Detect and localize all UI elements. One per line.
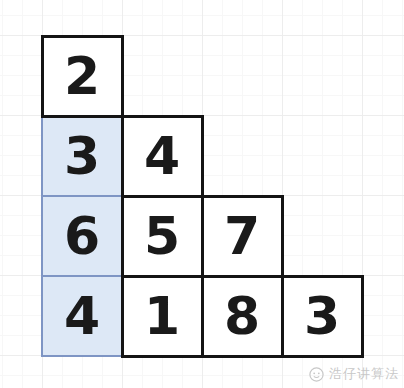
cell-r3c1: 1: [121, 275, 204, 358]
cell-r3c3: 3: [281, 275, 364, 358]
triangle-board: 2346574183: [0, 0, 404, 388]
watermark-text: 浩仔讲算法: [329, 365, 399, 383]
cell-r2c0: 6: [41, 195, 123, 277]
cell-r0c0: 2: [41, 35, 124, 118]
cell-r2c2: 7: [201, 195, 284, 278]
cell-r1c1: 4: [121, 115, 204, 198]
cell-r2c1: 5: [121, 195, 204, 278]
cell-r3c2: 8: [201, 275, 284, 358]
cell-r3c0: 4: [41, 275, 123, 357]
cell-r1c0: 3: [41, 115, 123, 197]
watermark-logo-icon: [309, 367, 324, 382]
watermark: 浩仔讲算法: [309, 365, 399, 383]
drawing-canvas: 2346574183 浩仔讲算法: [0, 0, 404, 388]
